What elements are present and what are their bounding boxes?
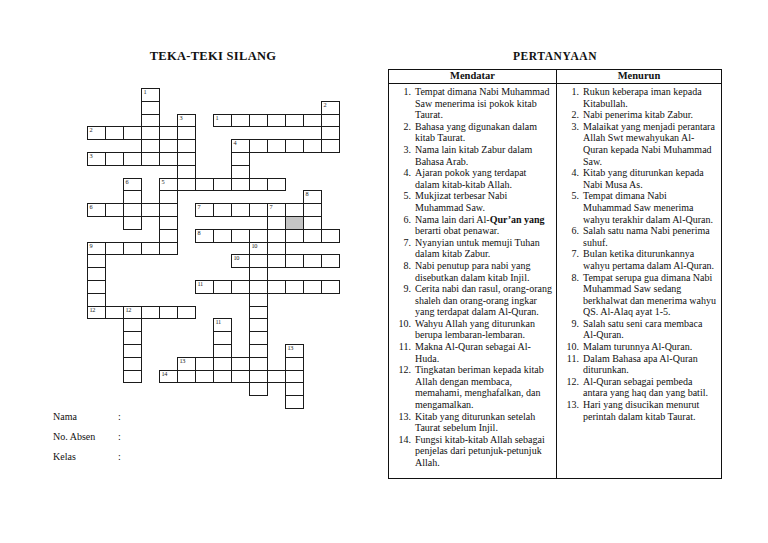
cell-number: 6 bbox=[90, 203, 93, 211]
grid-cell[interactable] bbox=[285, 395, 304, 409]
clue-number: 9. bbox=[397, 283, 411, 318]
grid-cell[interactable] bbox=[303, 203, 322, 217]
grid-cell[interactable] bbox=[195, 178, 214, 192]
grid-cell[interactable] bbox=[249, 318, 268, 332]
grid-cell[interactable]: 4 bbox=[231, 139, 250, 153]
cell-number: 4 bbox=[234, 139, 237, 147]
grid-cell[interactable]: 5 bbox=[159, 178, 178, 192]
grid-cell[interactable] bbox=[213, 229, 232, 243]
cell-number: 11 bbox=[216, 318, 221, 326]
clue-row: 4.Kitab yang diturunkan kepada Nabi Musa… bbox=[565, 167, 717, 190]
clue-text: Kitab yang diturunkan kepada Nabi Musa A… bbox=[583, 167, 717, 190]
grid-cell[interactable] bbox=[231, 370, 250, 384]
grid-cell[interactable] bbox=[87, 254, 106, 268]
grid-cell[interactable] bbox=[267, 242, 286, 256]
clue-row: 7.Nyanyian untuk memuji Tuhan dalam kita… bbox=[397, 237, 553, 260]
grid-cell[interactable] bbox=[249, 203, 268, 217]
grid-cell[interactable]: 13 bbox=[177, 357, 196, 371]
clue-text: Salah satu seni cara membaca Al-Quran. bbox=[583, 318, 717, 341]
clue-row: 2.Nabi penerima kitab Zabur. bbox=[565, 109, 717, 121]
grid-cell[interactable] bbox=[141, 306, 160, 320]
grid-cell[interactable] bbox=[303, 280, 322, 294]
grid-cell[interactable] bbox=[249, 178, 268, 192]
clue-number: 11. bbox=[397, 341, 411, 364]
grid-cell[interactable] bbox=[141, 114, 160, 128]
clue-number: 11. bbox=[565, 353, 579, 376]
grid-cell[interactable] bbox=[249, 280, 268, 294]
grid-cell[interactable] bbox=[177, 126, 196, 140]
grid-cell[interactable] bbox=[231, 114, 250, 128]
clue-text: Wahyu Allah yang diturunkan berupa lemba… bbox=[415, 318, 553, 341]
grid-cell[interactable] bbox=[321, 229, 340, 243]
clue-number: 1. bbox=[565, 86, 579, 109]
cell-number: 13 bbox=[180, 357, 186, 365]
clue-text: Fungsi kitab-kitab Allah sebagai penjela… bbox=[415, 434, 553, 469]
clue-row: 2.Bahasa yang digunakan dalam kitab Taur… bbox=[397, 121, 553, 144]
clue-number: 4. bbox=[397, 167, 411, 190]
clue-row: 5.Mukjizat terbesar Nabi Muhammad Saw. bbox=[397, 190, 553, 213]
clue-row: 8.Tempat serupa gua dimana Nabi Muhammad… bbox=[565, 272, 717, 318]
grid-cell[interactable] bbox=[105, 152, 124, 166]
table-header-row: Mendatar Menurun bbox=[389, 70, 721, 84]
clue-row: 9.Salah satu seni cara membaca Al-Quran. bbox=[565, 318, 717, 341]
grid-cell[interactable]: 6 bbox=[87, 203, 106, 217]
cell-number: 10 bbox=[252, 242, 258, 250]
grid-cell[interactable] bbox=[303, 229, 322, 243]
grid-cell[interactable] bbox=[267, 178, 286, 192]
grid-cell[interactable] bbox=[249, 357, 268, 371]
grid-cell[interactable] bbox=[213, 370, 232, 384]
grid-cell[interactable] bbox=[285, 382, 304, 396]
grid-cell[interactable]: 1 bbox=[213, 114, 232, 128]
name-field: Nama : bbox=[53, 411, 121, 431]
clue-number: 13. bbox=[397, 411, 411, 434]
cell-number: 3 bbox=[90, 152, 93, 160]
grid-cell[interactable] bbox=[177, 139, 196, 153]
grid-cell[interactable] bbox=[177, 306, 196, 320]
grid-cell[interactable]: 7 bbox=[195, 203, 214, 217]
clue-number: 7. bbox=[565, 248, 579, 271]
grid-cell[interactable] bbox=[267, 216, 286, 230]
grid-cell[interactable] bbox=[231, 152, 250, 166]
grid-cell[interactable] bbox=[123, 126, 142, 140]
grid-cell[interactable] bbox=[177, 165, 196, 179]
clue-row: 11.Dalam Bahasa apa Al-Quran diturunkan. bbox=[565, 353, 717, 376]
grid-cell[interactable] bbox=[87, 293, 106, 307]
clue-text: Nama lain kitab Zabur dalam Bahasa Arab. bbox=[415, 144, 553, 167]
grid-cell[interactable] bbox=[285, 229, 304, 243]
clue-number: 8. bbox=[565, 272, 579, 318]
grid-cell[interactable] bbox=[195, 357, 214, 371]
grid-cell[interactable] bbox=[231, 203, 250, 217]
clue-row: 10.Wahyu Allah yang diturunkan berupa le… bbox=[397, 318, 553, 341]
grid-cell[interactable]: 7 bbox=[267, 203, 286, 217]
grid-cell[interactable] bbox=[177, 152, 196, 166]
cell-number: 1 bbox=[144, 88, 147, 96]
grid-cell[interactable] bbox=[105, 126, 124, 140]
clue-row: 5.Tempat dimana Nabi Muhammad Saw meneri… bbox=[565, 190, 717, 225]
absen-field: No. Absen : bbox=[53, 431, 121, 451]
clue-text: Hari yang disucikan menurut perintah dal… bbox=[583, 399, 717, 422]
down-clue-list: 1.Rukun keberapa iman kepada Kitabullah.… bbox=[557, 84, 721, 478]
grid-cell[interactable]: 10 bbox=[249, 242, 268, 256]
cell-number: 6 bbox=[126, 178, 129, 186]
grid-cell[interactable] bbox=[267, 280, 286, 294]
grid-cell[interactable]: 10 bbox=[231, 254, 250, 268]
clue-number: 3. bbox=[565, 121, 579, 167]
kelas-field: Kelas : bbox=[53, 451, 121, 471]
clue-row: 3.Nama lain kitab Zabur dalam Bahasa Ara… bbox=[397, 144, 553, 167]
clue-row: 1.Tempat dimana Nabi Muhammad Saw meneri… bbox=[397, 86, 553, 121]
clue-row: 8.Nabi penutup para nabi yang disebutkan… bbox=[397, 260, 553, 283]
cell-number: 8 bbox=[198, 229, 201, 237]
clue-number: 5. bbox=[565, 190, 579, 225]
grid-cell[interactable] bbox=[105, 242, 124, 256]
grid-cell[interactable] bbox=[105, 306, 124, 320]
grid-cell[interactable] bbox=[123, 318, 142, 332]
questions-title: PERTANYAAN bbox=[388, 50, 722, 62]
cell-number: 2 bbox=[324, 101, 327, 109]
clue-text: Nyanyian untuk memuji Tuhan dalam kitab … bbox=[415, 237, 553, 260]
cell-number: 12 bbox=[126, 306, 132, 314]
grid-cell[interactable] bbox=[285, 357, 304, 371]
grid-cell[interactable] bbox=[249, 254, 268, 268]
grid-cell[interactable] bbox=[249, 267, 268, 281]
clue-text: Mukjizat terbesar Nabi Muhammad Saw. bbox=[415, 190, 553, 213]
grid-cell[interactable]: 13 bbox=[285, 344, 304, 358]
clue-text: Nabi penerima kitab Zabur. bbox=[583, 109, 717, 121]
grid-cell[interactable] bbox=[159, 216, 178, 230]
clue-row: 3.Malaikat yang menjadi perantara Allah … bbox=[565, 121, 717, 167]
clue-row: 9.Cerita nabi dan rasul, orang-orang sha… bbox=[397, 283, 553, 318]
name-label: Nama bbox=[53, 411, 118, 422]
clue-row: 11.Makna Al-Quran sebagai Al-Huda. bbox=[397, 341, 553, 364]
clue-text: Tingkatan beriman kepada kitab Allah den… bbox=[415, 364, 553, 410]
clue-number: 1. bbox=[397, 86, 411, 121]
grid-cell[interactable] bbox=[321, 254, 340, 268]
clue-text: Bulan ketika diturunkannya wahyu pertama… bbox=[583, 248, 717, 271]
grid-cell[interactable] bbox=[249, 331, 268, 345]
page-title: TEKA-TEKI SILANG bbox=[0, 49, 426, 64]
grid-cell[interactable] bbox=[213, 178, 232, 192]
grid-cell[interactable] bbox=[231, 165, 250, 179]
grid-cell[interactable] bbox=[303, 216, 322, 230]
grid-cell[interactable]: 11 bbox=[195, 280, 214, 294]
grid-cell[interactable] bbox=[249, 229, 268, 243]
clue-text: Bahasa yang digunakan dalam kitab Taurat… bbox=[415, 121, 553, 144]
kelas-colon: : bbox=[118, 451, 121, 462]
clue-number: 14. bbox=[397, 434, 411, 469]
grid-cell[interactable] bbox=[213, 357, 232, 371]
clue-number: 13. bbox=[565, 399, 579, 422]
grid-cell[interactable] bbox=[249, 306, 268, 320]
grid-cell[interactable]: 6 bbox=[123, 178, 142, 192]
grid-cell[interactable] bbox=[249, 114, 268, 128]
across-clue-list: 1.Tempat dimana Nabi Muhammad Saw meneri… bbox=[389, 84, 557, 478]
cell-number: 13 bbox=[288, 344, 294, 352]
table-body: 1.Tempat dimana Nabi Muhammad Saw meneri… bbox=[389, 84, 721, 478]
grid-cell[interactable] bbox=[141, 126, 160, 140]
cell-number: 14 bbox=[162, 370, 168, 378]
grid-cell[interactable] bbox=[177, 178, 196, 192]
grid-cell[interactable] bbox=[321, 114, 340, 128]
grid-cell[interactable] bbox=[285, 370, 304, 384]
grid-cell[interactable] bbox=[87, 267, 106, 281]
grid-cell[interactable] bbox=[285, 203, 304, 217]
grid-cell[interactable] bbox=[141, 101, 160, 115]
grid-cell[interactable] bbox=[123, 344, 142, 358]
grid-cell[interactable] bbox=[105, 203, 124, 217]
clue-number: 9. bbox=[565, 318, 579, 341]
grid-cell[interactable] bbox=[123, 203, 142, 217]
cell-number: 5 bbox=[162, 178, 165, 186]
grid-cell[interactable] bbox=[285, 139, 304, 153]
clue-text: Nabi penutup para nabi yang disebutkan d… bbox=[415, 260, 553, 283]
grid-cell[interactable] bbox=[195, 370, 214, 384]
grid-cell[interactable] bbox=[303, 254, 322, 268]
grid-cell[interactable] bbox=[249, 344, 268, 358]
clue-number: 12. bbox=[397, 364, 411, 410]
cell-number: 11 bbox=[198, 280, 203, 288]
grid-cell[interactable] bbox=[141, 152, 160, 166]
grid-cell[interactable] bbox=[249, 382, 268, 396]
clue-text: Tempat dimana Nabi Muhammad Saw menerima… bbox=[583, 190, 717, 225]
clue-number: 6. bbox=[565, 225, 579, 248]
grid-cell[interactable] bbox=[267, 114, 286, 128]
clue-text: Al-Quran sebagai pembeda antara yang haq… bbox=[583, 376, 717, 399]
cell-number: 3 bbox=[180, 114, 183, 122]
absen-colon: : bbox=[118, 431, 121, 442]
cell-number: 1 bbox=[216, 114, 219, 122]
clue-row: 6.Salah satu nama Nabi penerima suhuf. bbox=[565, 225, 717, 248]
grid-cell[interactable]: 9 bbox=[87, 242, 106, 256]
grid-cell[interactable]: 3 bbox=[87, 152, 106, 166]
grid-cell[interactable] bbox=[249, 139, 268, 153]
across-header: Mendatar bbox=[389, 70, 557, 83]
clue-row: 4.Ajaran pokok yang terdapat dalam kitab… bbox=[397, 167, 553, 190]
clue-row: 10.Malam turunnya Al-Quran. bbox=[565, 341, 717, 353]
clue-number: 4. bbox=[565, 167, 579, 190]
clue-number: 3. bbox=[397, 144, 411, 167]
grid-cell-shaded[interactable] bbox=[285, 216, 304, 230]
grid-cell[interactable] bbox=[141, 242, 160, 256]
grid-cell[interactable] bbox=[231, 178, 250, 192]
grid-cell[interactable] bbox=[231, 357, 250, 371]
grid-cell[interactable] bbox=[123, 370, 142, 384]
grid-cell[interactable] bbox=[321, 139, 340, 153]
grid-cell[interactable] bbox=[285, 114, 304, 128]
down-header: Menurun bbox=[557, 70, 721, 83]
grid-cell[interactable] bbox=[249, 370, 268, 384]
grid-cell[interactable]: 12 bbox=[87, 306, 106, 320]
clue-number: 8. bbox=[397, 260, 411, 283]
grid-cell[interactable] bbox=[303, 139, 322, 153]
cell-number: 7 bbox=[198, 203, 201, 211]
grid-cell[interactable] bbox=[123, 357, 142, 371]
grid-cell[interactable] bbox=[267, 370, 286, 384]
grid-cell[interactable] bbox=[123, 331, 142, 345]
cell-number: 7 bbox=[270, 203, 273, 211]
grid-cell[interactable]: 2 bbox=[321, 101, 340, 115]
clue-row: 1.Rukun keberapa iman kepada Kitabullah. bbox=[565, 86, 717, 109]
clue-text: Rukun keberapa iman kepada Kitabullah. bbox=[583, 86, 717, 109]
clue-text: Makna Al-Quran sebagai Al-Huda. bbox=[415, 341, 553, 364]
clue-row: 12.Al-Quran sebagai pembeda antara yang … bbox=[565, 376, 717, 399]
crossword-grid: 123124365867789101011121211131314 bbox=[87, 88, 341, 408]
grid-cell[interactable] bbox=[123, 242, 142, 256]
clue-row: 6.Nama lain dari Al-Qur’an yang berarti … bbox=[397, 214, 553, 237]
grid-cell[interactable] bbox=[159, 306, 178, 320]
identity-fields: Nama : No. Absen : Kelas : bbox=[53, 411, 121, 471]
grid-cell[interactable]: 2 bbox=[87, 126, 106, 140]
grid-cell[interactable] bbox=[213, 331, 232, 345]
grid-cell[interactable] bbox=[321, 280, 340, 294]
grid-cell[interactable] bbox=[87, 280, 106, 294]
clue-row: 14.Fungsi kitab-kitab Allah sebagai penj… bbox=[397, 434, 553, 469]
grid-cell[interactable] bbox=[141, 203, 160, 217]
clue-number: 7. bbox=[397, 237, 411, 260]
grid-cell[interactable]: 3 bbox=[177, 114, 196, 128]
grid-cell[interactable] bbox=[303, 114, 322, 128]
clue-number: 10. bbox=[565, 341, 579, 353]
clue-number: 12. bbox=[565, 376, 579, 399]
clue-row: 7.Bulan ketika diturunkannya wahyu perta… bbox=[565, 248, 717, 271]
clue-row: 13.Kitab yang diturunkan setelah Taurat … bbox=[397, 411, 553, 434]
clue-text: Kitab yang diturunkan setelah Taurat seb… bbox=[415, 411, 553, 434]
name-colon: : bbox=[118, 411, 121, 422]
grid-cell[interactable] bbox=[285, 280, 304, 294]
grid-cell[interactable] bbox=[141, 139, 160, 153]
clue-text: Tempat dimana Nabi Muhammad Saw menerima… bbox=[415, 86, 553, 121]
grid-cell[interactable]: 8 bbox=[195, 229, 214, 243]
clue-text: Malaikat yang menjadi perantara Allah Sw… bbox=[583, 121, 717, 167]
grid-cell[interactable] bbox=[177, 370, 196, 384]
grid-cell[interactable] bbox=[285, 254, 304, 268]
grid-cell[interactable] bbox=[123, 216, 142, 230]
grid-cell[interactable] bbox=[267, 139, 286, 153]
grid-cell[interactable] bbox=[159, 203, 178, 217]
grid-cell[interactable] bbox=[267, 229, 286, 243]
clue-text: Ajaran pokok yang terdapat dalam kitab-k… bbox=[415, 167, 553, 190]
grid-cell[interactable] bbox=[123, 190, 142, 204]
cell-number: 8 bbox=[306, 190, 309, 198]
grid-cell[interactable] bbox=[159, 152, 178, 166]
absen-label: No. Absen bbox=[53, 431, 118, 442]
clue-text: Tempat serupa gua dimana Nabi Muhammad S… bbox=[583, 272, 717, 318]
clue-text: Malam turunnya Al-Quran. bbox=[583, 341, 717, 353]
clue-number: 2. bbox=[565, 109, 579, 121]
clue-row: 12.Tingkatan beriman kepada kitab Allah … bbox=[397, 364, 553, 410]
cell-number: 2 bbox=[90, 126, 93, 134]
cell-number: 9 bbox=[90, 242, 93, 250]
clue-row: 13.Hari yang disucikan menurut perintah … bbox=[565, 399, 717, 422]
clue-text: Salah satu nama Nabi penerima suhuf. bbox=[583, 225, 717, 248]
grid-cell[interactable]: 8 bbox=[303, 190, 322, 204]
grid-cell[interactable] bbox=[231, 229, 250, 243]
cell-number: 12 bbox=[90, 306, 96, 314]
clue-number: 5. bbox=[397, 190, 411, 213]
clue-number: 6. bbox=[397, 214, 411, 237]
clue-number: 10. bbox=[397, 318, 411, 341]
grid-cell[interactable] bbox=[159, 126, 178, 140]
grid-cell[interactable] bbox=[123, 152, 142, 166]
cell-number: 10 bbox=[234, 254, 240, 262]
grid-cell[interactable]: 12 bbox=[123, 306, 142, 320]
clue-text: Dalam Bahasa apa Al-Quran diturunkan. bbox=[583, 353, 717, 376]
grid-cell[interactable] bbox=[159, 190, 178, 204]
grid-cell[interactable] bbox=[231, 280, 250, 294]
kelas-label: Kelas bbox=[53, 451, 118, 462]
grid-cell[interactable]: 14 bbox=[159, 370, 178, 384]
grid-cell[interactable] bbox=[213, 203, 232, 217]
grid-cell[interactable] bbox=[321, 126, 340, 140]
questions-table: Mendatar Menurun 1.Tempat dimana Nabi Mu… bbox=[388, 69, 722, 479]
grid-cell[interactable] bbox=[267, 254, 286, 268]
grid-cell[interactable]: 11 bbox=[213, 318, 232, 332]
clue-text: Cerita nabi dan rasul, orang-orang shale… bbox=[415, 283, 553, 318]
clue-number: 2. bbox=[397, 121, 411, 144]
grid-cell[interactable] bbox=[213, 280, 232, 294]
grid-cell[interactable] bbox=[159, 242, 178, 256]
grid-cell[interactable] bbox=[213, 344, 232, 358]
grid-cell[interactable]: 1 bbox=[141, 88, 160, 102]
grid-cell[interactable] bbox=[249, 293, 268, 307]
grid-cell[interactable] bbox=[159, 229, 178, 243]
clue-text: Nama lain dari Al-Qur’an yang berarti ob… bbox=[415, 214, 553, 237]
